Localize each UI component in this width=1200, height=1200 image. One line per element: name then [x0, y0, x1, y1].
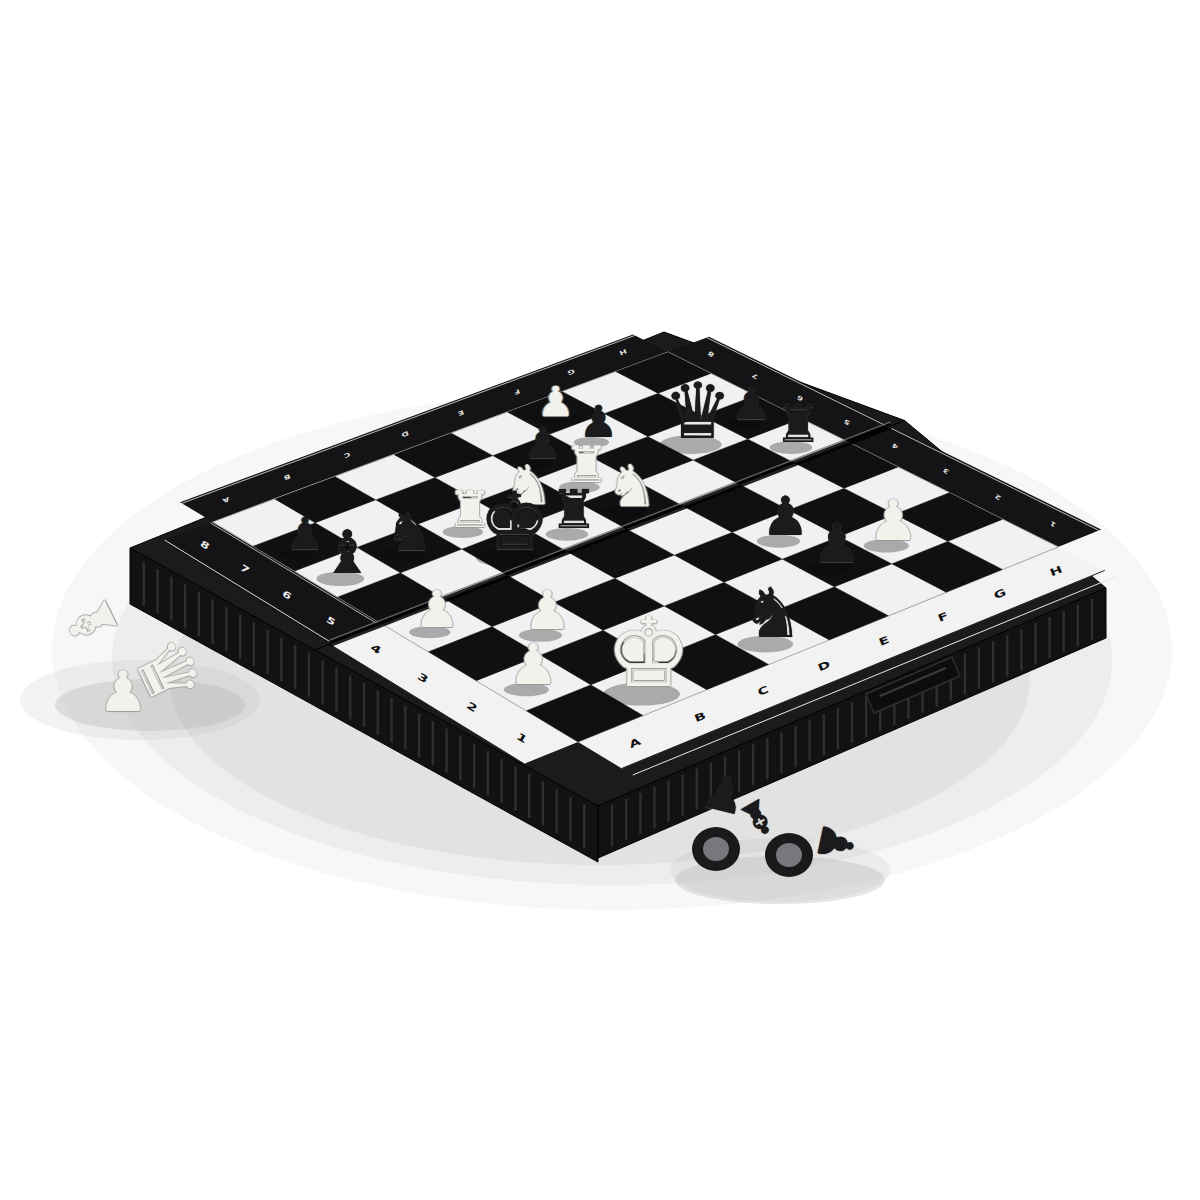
piece-black-pawn-h6[interactable]: ♟ — [731, 380, 773, 427]
piece-black-bishop-a6[interactable]: ♝ — [321, 523, 375, 583]
piece-white-pawn-g2[interactable]: ♟ — [868, 493, 919, 549]
piece-black-rook-d5[interactable]: ♜ — [550, 484, 598, 537]
captured-white-pawn[interactable]: ♟ — [98, 664, 148, 720]
piece-black-rook-h5[interactable]: ♜ — [774, 398, 822, 451]
piece-white-pawn-a4[interactable]: ♟ — [414, 584, 460, 635]
piece-white-pawn-a2[interactable]: ♟ — [508, 637, 559, 693]
piece-white-knight-e5[interactable]: ♞ — [606, 458, 658, 516]
piece-black-queen-g6[interactable]: ♛ — [663, 372, 732, 449]
piece-white-pawn-f8[interactable]: ♟ — [537, 380, 574, 422]
piece-black-knight-d1[interactable]: ♞ — [741, 579, 803, 648]
chessboard — [0, 0, 1200, 1200]
piece-black-pawn-a7[interactable]: ♟ — [285, 512, 325, 556]
scene: 12345678ABCDEFGHABCDEFGH12345678 ♟♟♟♛♜♟♜… — [0, 0, 1200, 1200]
piece-black-king-c5[interactable]: ♚ — [479, 483, 551, 563]
piece-black-knight-b6[interactable]: ♞ — [385, 504, 434, 559]
piece-white-king-b1[interactable]: ♚ — [606, 605, 692, 701]
piece-white-pawn-b3[interactable]: ♟ — [523, 585, 571, 639]
piece-black-pawn-f3[interactable]: ♟ — [761, 491, 809, 545]
piece-black-pawn-f2[interactable]: ♟ — [812, 515, 863, 571]
